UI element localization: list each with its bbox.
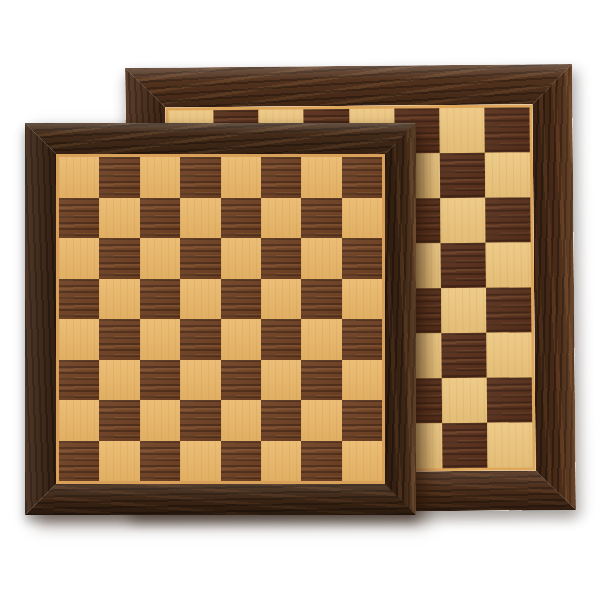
square-a5 [59, 279, 99, 320]
square-a2 [59, 400, 99, 441]
square-b3 [99, 360, 139, 401]
product-photo-scene [0, 0, 600, 600]
square-f5 [261, 279, 301, 320]
square-e6 [221, 238, 261, 279]
square-e4 [221, 319, 261, 360]
square-h8 [342, 157, 382, 198]
square-f4 [261, 319, 301, 360]
square-b4 [99, 319, 139, 360]
square-d7 [180, 198, 220, 239]
square-d4 [180, 319, 220, 360]
square-f3 [261, 360, 301, 401]
square-b7 [99, 198, 139, 239]
square-h3 [486, 332, 532, 377]
square-c8 [140, 157, 180, 198]
square-h7 [342, 198, 382, 239]
square-c6 [140, 238, 180, 279]
square-h8 [484, 107, 530, 152]
square-f7 [261, 198, 301, 239]
square-g8 [301, 157, 341, 198]
square-d8 [180, 157, 220, 198]
front-board-frame-right [385, 123, 416, 515]
square-a7 [59, 198, 99, 239]
square-e8 [221, 157, 261, 198]
square-g4 [301, 319, 341, 360]
square-g7 [301, 198, 341, 239]
square-a3 [59, 360, 99, 401]
square-a8 [59, 157, 99, 198]
square-g6 [440, 198, 486, 243]
square-b8 [99, 157, 139, 198]
square-c5 [140, 279, 180, 320]
square-h4 [486, 287, 532, 332]
square-e3 [221, 360, 261, 401]
square-b6 [99, 238, 139, 279]
square-h2 [342, 400, 382, 441]
square-h2 [487, 377, 533, 422]
square-g2 [301, 400, 341, 441]
square-c1 [140, 441, 180, 482]
front-chessboard [25, 123, 416, 515]
square-f6 [261, 238, 301, 279]
front-board-grid [59, 157, 382, 481]
back-board-frame-right [532, 64, 576, 510]
square-d6 [180, 238, 220, 279]
square-f8 [261, 157, 301, 198]
square-g2 [442, 378, 488, 423]
square-e1 [221, 441, 261, 482]
square-h6 [342, 238, 382, 279]
front-board-frame-bottom [25, 484, 416, 515]
square-c7 [140, 198, 180, 239]
square-g4 [441, 288, 487, 333]
square-h5 [342, 279, 382, 320]
square-c2 [140, 400, 180, 441]
square-a1 [59, 441, 99, 482]
front-board-playing-area [56, 154, 385, 484]
square-b5 [99, 279, 139, 320]
square-b1 [99, 441, 139, 482]
square-h4 [342, 319, 382, 360]
square-b2 [99, 400, 139, 441]
square-f2 [261, 400, 301, 441]
square-h7 [485, 152, 531, 197]
square-g5 [440, 243, 486, 288]
square-c4 [140, 319, 180, 360]
square-h5 [485, 242, 531, 287]
square-d2 [180, 400, 220, 441]
square-a4 [59, 319, 99, 360]
square-g3 [301, 360, 341, 401]
square-e2 [221, 400, 261, 441]
front-board-frame-left [25, 123, 56, 515]
square-h3 [342, 360, 382, 401]
square-g1 [301, 441, 341, 482]
square-c3 [140, 360, 180, 401]
front-board-frame-top [25, 123, 416, 154]
square-g8 [439, 108, 485, 153]
square-d1 [180, 441, 220, 482]
square-g3 [441, 333, 487, 378]
square-g1 [442, 423, 488, 468]
square-e7 [221, 198, 261, 239]
square-d3 [180, 360, 220, 401]
square-g7 [440, 153, 486, 198]
square-f1 [261, 441, 301, 482]
square-d5 [180, 279, 220, 320]
square-g6 [301, 238, 341, 279]
square-a6 [59, 238, 99, 279]
square-h6 [485, 197, 531, 242]
square-h1 [487, 422, 533, 467]
square-g5 [301, 279, 341, 320]
square-e5 [221, 279, 261, 320]
back-board-frame-top [125, 64, 572, 108]
square-h1 [342, 441, 382, 482]
